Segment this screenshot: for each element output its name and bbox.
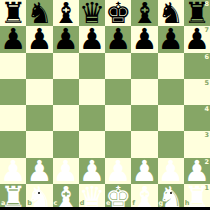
square-f6[interactable] — [131, 53, 157, 79]
piece-black-pawn[interactable]: ♟ — [0, 26, 26, 52]
file-label-h: h — [185, 200, 190, 207]
square-c4[interactable] — [53, 105, 79, 131]
chess-board: ♜♞♝♛♚♝♞♜8♟♟♟♟♟♟♟♟76543♟♟♟♟♟♟♟♟2♜a♞b♝c♛d♚… — [0, 0, 210, 210]
file-label-e: e — [106, 200, 110, 207]
square-d6[interactable] — [79, 53, 105, 79]
bottom-edge-bar — [0, 207, 210, 210]
piece-black-pawn[interactable]: ♟ — [105, 26, 131, 52]
square-e4[interactable] — [105, 105, 131, 131]
rank-label-8: 8 — [204, 1, 209, 8]
rank-label-4: 4 — [204, 106, 209, 113]
piece-black-pawn[interactable]: ♟ — [53, 26, 79, 52]
square-g6[interactable] — [158, 53, 184, 79]
rank-label-6: 6 — [204, 54, 209, 61]
file-label-f: f — [132, 200, 135, 207]
square-b5[interactable] — [26, 79, 52, 105]
rank-label-5: 5 — [204, 80, 209, 87]
square-f5[interactable] — [131, 79, 157, 105]
piece-black-pawn[interactable]: ♟ — [79, 26, 105, 52]
square-a6[interactable] — [0, 53, 26, 79]
square-h7[interactable]: ♟7 — [184, 26, 210, 52]
square-h5[interactable]: 5 — [184, 79, 210, 105]
square-f7[interactable]: ♟ — [131, 26, 157, 52]
knight-eye-dot — [170, 192, 172, 194]
square-h6[interactable]: 6 — [184, 53, 210, 79]
file-label-c: c — [54, 200, 58, 207]
rank-label-2: 2 — [204, 159, 209, 166]
file-label-b: b — [27, 200, 32, 207]
square-f4[interactable] — [131, 105, 157, 131]
file-label-g: g — [159, 200, 164, 207]
square-a5[interactable] — [0, 79, 26, 105]
square-g5[interactable] — [158, 79, 184, 105]
square-b7[interactable]: ♟ — [26, 26, 52, 52]
square-b6[interactable] — [26, 53, 52, 79]
square-e7[interactable]: ♟ — [105, 26, 131, 52]
square-h4[interactable]: 4 — [184, 105, 210, 131]
square-d5[interactable] — [79, 79, 105, 105]
square-g4[interactable] — [158, 105, 184, 131]
piece-black-pawn[interactable]: ♟ — [131, 26, 157, 52]
rank-label-1: 1 — [204, 185, 209, 192]
piece-black-pawn[interactable]: ♟ — [158, 26, 184, 52]
piece-black-pawn[interactable]: ♟ — [26, 26, 52, 52]
square-g7[interactable]: ♟ — [158, 26, 184, 52]
square-c5[interactable] — [53, 79, 79, 105]
rank-label-7: 7 — [204, 27, 209, 34]
square-d7[interactable]: ♟ — [79, 26, 105, 52]
square-c7[interactable]: ♟ — [53, 26, 79, 52]
square-a7[interactable]: ♟ — [0, 26, 26, 52]
chess-board-stage: ♜♞♝♛♚♝♞♜8♟♟♟♟♟♟♟♟76543♟♟♟♟♟♟♟♟2♜a♞b♝c♛d♚… — [0, 0, 210, 210]
square-a4[interactable] — [0, 105, 26, 131]
file-label-a: a — [1, 200, 5, 207]
square-e5[interactable] — [105, 79, 131, 105]
rank-label-3: 3 — [204, 132, 209, 139]
square-c6[interactable] — [53, 53, 79, 79]
file-label-d: d — [80, 200, 85, 207]
square-b4[interactable] — [26, 105, 52, 131]
square-e6[interactable] — [105, 53, 131, 79]
square-d4[interactable] — [79, 105, 105, 131]
